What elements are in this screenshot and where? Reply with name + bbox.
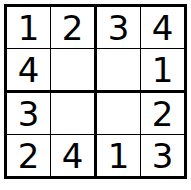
cell-r1c3[interactable]: 3 [97, 7, 141, 49]
sudoku-board: 1 2 3 4 4 1 3 2 2 4 1 3 [4, 4, 187, 179]
cell-r4c3[interactable]: 1 [97, 135, 141, 176]
cell-r3c2[interactable] [51, 93, 97, 135]
cell-r4c4[interactable]: 3 [141, 135, 184, 176]
puzzle-page: 1 2 3 4 4 1 3 2 2 4 1 3 [0, 0, 191, 190]
cell-r3c1[interactable]: 3 [7, 93, 51, 135]
cell-r3c3[interactable] [97, 93, 141, 135]
cell-r2c3[interactable] [97, 49, 141, 93]
cell-r2c2[interactable] [51, 49, 97, 93]
cell-r1c1[interactable]: 1 [7, 7, 51, 49]
cell-r2c1[interactable]: 4 [7, 49, 51, 93]
cell-r4c1[interactable]: 2 [7, 135, 51, 176]
cell-r4c2[interactable]: 4 [51, 135, 97, 176]
cell-r2c4[interactable]: 1 [141, 49, 184, 93]
cell-r3c4[interactable]: 2 [141, 93, 184, 135]
cell-r1c4[interactable]: 4 [141, 7, 184, 49]
cell-r1c2[interactable]: 2 [51, 7, 97, 49]
